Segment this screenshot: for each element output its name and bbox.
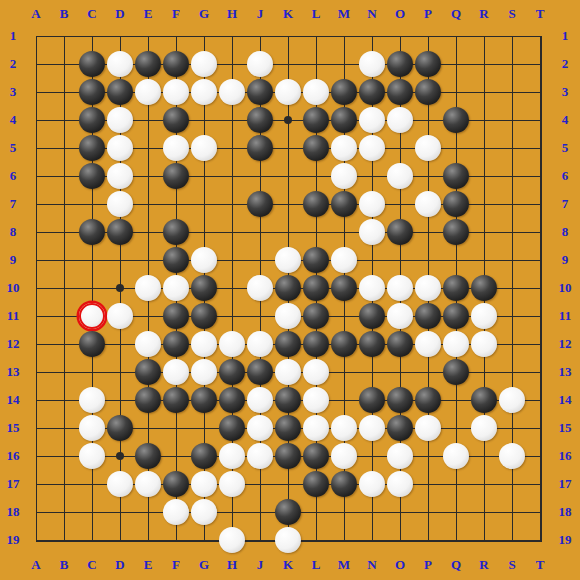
intersection-S17[interactable] xyxy=(498,470,526,498)
intersection-T16[interactable] xyxy=(526,442,554,470)
intersection-B19[interactable] xyxy=(50,526,78,554)
intersection-H19[interactable] xyxy=(218,526,246,554)
intersection-Q13[interactable] xyxy=(442,358,470,386)
intersection-P13[interactable] xyxy=(414,358,442,386)
intersection-B4[interactable] xyxy=(50,106,78,134)
intersection-N14[interactable] xyxy=(358,386,386,414)
intersection-N15[interactable] xyxy=(358,414,386,442)
intersection-H1[interactable] xyxy=(218,22,246,50)
intersection-T1[interactable] xyxy=(526,22,554,50)
intersection-O5[interactable] xyxy=(386,134,414,162)
intersection-B10[interactable] xyxy=(50,274,78,302)
intersection-H12[interactable] xyxy=(218,330,246,358)
intersection-J5[interactable] xyxy=(246,134,274,162)
intersection-N8[interactable] xyxy=(358,218,386,246)
intersection-R7[interactable] xyxy=(470,190,498,218)
intersection-R1[interactable] xyxy=(470,22,498,50)
intersection-M7[interactable] xyxy=(330,190,358,218)
intersection-S1[interactable] xyxy=(498,22,526,50)
intersection-O14[interactable] xyxy=(386,386,414,414)
intersection-D5[interactable] xyxy=(106,134,134,162)
intersection-C16[interactable] xyxy=(78,442,106,470)
intersection-F10[interactable] xyxy=(162,274,190,302)
intersection-G9[interactable] xyxy=(190,246,218,274)
intersection-J17[interactable] xyxy=(246,470,274,498)
intersection-C15[interactable] xyxy=(78,414,106,442)
intersection-J3[interactable] xyxy=(246,78,274,106)
intersection-L2[interactable] xyxy=(302,50,330,78)
intersection-E1[interactable] xyxy=(134,22,162,50)
intersection-M16[interactable] xyxy=(330,442,358,470)
intersection-Q16[interactable] xyxy=(442,442,470,470)
intersection-R8[interactable] xyxy=(470,218,498,246)
intersection-L4[interactable] xyxy=(302,106,330,134)
intersection-L18[interactable] xyxy=(302,498,330,526)
intersection-O13[interactable] xyxy=(386,358,414,386)
intersection-Q6[interactable] xyxy=(442,162,470,190)
intersection-C6[interactable] xyxy=(78,162,106,190)
intersection-H3[interactable] xyxy=(218,78,246,106)
intersection-P1[interactable] xyxy=(414,22,442,50)
intersection-B2[interactable] xyxy=(50,50,78,78)
intersection-E7[interactable] xyxy=(134,190,162,218)
intersection-C19[interactable] xyxy=(78,526,106,554)
intersection-N16[interactable] xyxy=(358,442,386,470)
intersection-Q12[interactable] xyxy=(442,330,470,358)
intersection-E10[interactable] xyxy=(134,274,162,302)
intersection-S8[interactable] xyxy=(498,218,526,246)
intersection-G16[interactable] xyxy=(190,442,218,470)
intersection-L16[interactable] xyxy=(302,442,330,470)
intersection-N10[interactable] xyxy=(358,274,386,302)
intersection-T9[interactable] xyxy=(526,246,554,274)
intersection-T4[interactable] xyxy=(526,106,554,134)
intersection-K18[interactable] xyxy=(274,498,302,526)
intersection-R6[interactable] xyxy=(470,162,498,190)
intersection-E2[interactable] xyxy=(134,50,162,78)
intersection-S6[interactable] xyxy=(498,162,526,190)
intersection-R16[interactable] xyxy=(470,442,498,470)
intersection-P19[interactable] xyxy=(414,526,442,554)
intersection-A4[interactable] xyxy=(22,106,50,134)
intersection-T10[interactable] xyxy=(526,274,554,302)
intersection-T3[interactable] xyxy=(526,78,554,106)
intersection-P14[interactable] xyxy=(414,386,442,414)
intersection-G14[interactable] xyxy=(190,386,218,414)
intersection-B16[interactable] xyxy=(50,442,78,470)
intersection-R14[interactable] xyxy=(470,386,498,414)
intersection-S13[interactable] xyxy=(498,358,526,386)
intersection-C11[interactable] xyxy=(78,302,106,330)
intersection-L8[interactable] xyxy=(302,218,330,246)
intersection-A14[interactable] xyxy=(22,386,50,414)
intersection-D18[interactable] xyxy=(106,498,134,526)
intersection-L11[interactable] xyxy=(302,302,330,330)
intersection-T15[interactable] xyxy=(526,414,554,442)
intersection-F12[interactable] xyxy=(162,330,190,358)
intersection-D15[interactable] xyxy=(106,414,134,442)
intersection-Q11[interactable] xyxy=(442,302,470,330)
intersection-E18[interactable] xyxy=(134,498,162,526)
intersection-E9[interactable] xyxy=(134,246,162,274)
intersection-Q2[interactable] xyxy=(442,50,470,78)
intersection-B8[interactable] xyxy=(50,218,78,246)
intersection-J2[interactable] xyxy=(246,50,274,78)
intersection-G17[interactable] xyxy=(190,470,218,498)
intersection-J16[interactable] xyxy=(246,442,274,470)
intersection-C4[interactable] xyxy=(78,106,106,134)
intersection-Q5[interactable] xyxy=(442,134,470,162)
intersection-E19[interactable] xyxy=(134,526,162,554)
intersection-L19[interactable] xyxy=(302,526,330,554)
intersection-E6[interactable] xyxy=(134,162,162,190)
intersection-E14[interactable] xyxy=(134,386,162,414)
intersection-R5[interactable] xyxy=(470,134,498,162)
intersection-J10[interactable] xyxy=(246,274,274,302)
intersection-K7[interactable] xyxy=(274,190,302,218)
intersection-J12[interactable] xyxy=(246,330,274,358)
intersection-P18[interactable] xyxy=(414,498,442,526)
intersection-N1[interactable] xyxy=(358,22,386,50)
intersection-J1[interactable] xyxy=(246,22,274,50)
intersection-Q9[interactable] xyxy=(442,246,470,274)
intersection-G19[interactable] xyxy=(190,526,218,554)
intersection-A7[interactable] xyxy=(22,190,50,218)
intersection-C8[interactable] xyxy=(78,218,106,246)
intersection-M8[interactable] xyxy=(330,218,358,246)
intersection-M12[interactable] xyxy=(330,330,358,358)
intersection-E13[interactable] xyxy=(134,358,162,386)
intersection-B11[interactable] xyxy=(50,302,78,330)
intersection-D9[interactable] xyxy=(106,246,134,274)
intersection-N13[interactable] xyxy=(358,358,386,386)
intersection-A12[interactable] xyxy=(22,330,50,358)
intersection-T2[interactable] xyxy=(526,50,554,78)
intersection-S4[interactable] xyxy=(498,106,526,134)
intersection-B6[interactable] xyxy=(50,162,78,190)
intersection-P11[interactable] xyxy=(414,302,442,330)
intersection-P2[interactable] xyxy=(414,50,442,78)
intersection-J6[interactable] xyxy=(246,162,274,190)
intersection-R19[interactable] xyxy=(470,526,498,554)
intersection-R9[interactable] xyxy=(470,246,498,274)
intersection-E3[interactable] xyxy=(134,78,162,106)
intersection-P8[interactable] xyxy=(414,218,442,246)
intersection-K17[interactable] xyxy=(274,470,302,498)
intersection-T18[interactable] xyxy=(526,498,554,526)
intersection-O2[interactable] xyxy=(386,50,414,78)
intersection-A13[interactable] xyxy=(22,358,50,386)
intersection-H8[interactable] xyxy=(218,218,246,246)
intersection-G4[interactable] xyxy=(190,106,218,134)
intersection-F18[interactable] xyxy=(162,498,190,526)
intersection-G2[interactable] xyxy=(190,50,218,78)
intersection-O16[interactable] xyxy=(386,442,414,470)
intersection-K5[interactable] xyxy=(274,134,302,162)
intersection-D7[interactable] xyxy=(106,190,134,218)
intersection-G11[interactable] xyxy=(190,302,218,330)
intersection-C5[interactable] xyxy=(78,134,106,162)
intersection-T13[interactable] xyxy=(526,358,554,386)
intersection-B12[interactable] xyxy=(50,330,78,358)
intersection-G3[interactable] xyxy=(190,78,218,106)
intersection-C14[interactable] xyxy=(78,386,106,414)
intersection-F11[interactable] xyxy=(162,302,190,330)
intersection-A9[interactable] xyxy=(22,246,50,274)
intersection-E16[interactable] xyxy=(134,442,162,470)
intersection-T12[interactable] xyxy=(526,330,554,358)
intersection-L3[interactable] xyxy=(302,78,330,106)
intersection-G8[interactable] xyxy=(190,218,218,246)
intersection-Q14[interactable] xyxy=(442,386,470,414)
intersection-C12[interactable] xyxy=(78,330,106,358)
intersection-L1[interactable] xyxy=(302,22,330,50)
intersection-B9[interactable] xyxy=(50,246,78,274)
intersection-M10[interactable] xyxy=(330,274,358,302)
intersection-P10[interactable] xyxy=(414,274,442,302)
intersection-E8[interactable] xyxy=(134,218,162,246)
intersection-R18[interactable] xyxy=(470,498,498,526)
intersection-C2[interactable] xyxy=(78,50,106,78)
intersection-M19[interactable] xyxy=(330,526,358,554)
intersection-M14[interactable] xyxy=(330,386,358,414)
intersection-O4[interactable] xyxy=(386,106,414,134)
intersection-B3[interactable] xyxy=(50,78,78,106)
intersection-L15[interactable] xyxy=(302,414,330,442)
intersection-G5[interactable] xyxy=(190,134,218,162)
intersection-D3[interactable] xyxy=(106,78,134,106)
intersection-A10[interactable] xyxy=(22,274,50,302)
intersection-N3[interactable] xyxy=(358,78,386,106)
intersection-S3[interactable] xyxy=(498,78,526,106)
intersection-K6[interactable] xyxy=(274,162,302,190)
intersection-B18[interactable] xyxy=(50,498,78,526)
intersection-T14[interactable] xyxy=(526,386,554,414)
intersection-L7[interactable] xyxy=(302,190,330,218)
intersection-N6[interactable] xyxy=(358,162,386,190)
intersection-R10[interactable] xyxy=(470,274,498,302)
intersection-L10[interactable] xyxy=(302,274,330,302)
intersection-T7[interactable] xyxy=(526,190,554,218)
intersection-D19[interactable] xyxy=(106,526,134,554)
intersection-A11[interactable] xyxy=(22,302,50,330)
intersection-A1[interactable] xyxy=(22,22,50,50)
intersection-E15[interactable] xyxy=(134,414,162,442)
intersection-F1[interactable] xyxy=(162,22,190,50)
intersection-P3[interactable] xyxy=(414,78,442,106)
intersection-E11[interactable] xyxy=(134,302,162,330)
intersection-T5[interactable] xyxy=(526,134,554,162)
intersection-F4[interactable] xyxy=(162,106,190,134)
intersection-M11[interactable] xyxy=(330,302,358,330)
intersection-J4[interactable] xyxy=(246,106,274,134)
intersection-P5[interactable] xyxy=(414,134,442,162)
intersection-B13[interactable] xyxy=(50,358,78,386)
intersection-H13[interactable] xyxy=(218,358,246,386)
intersection-F3[interactable] xyxy=(162,78,190,106)
intersection-H10[interactable] xyxy=(218,274,246,302)
intersection-F13[interactable] xyxy=(162,358,190,386)
intersection-D16[interactable] xyxy=(106,442,134,470)
intersection-A16[interactable] xyxy=(22,442,50,470)
intersection-F19[interactable] xyxy=(162,526,190,554)
intersection-N19[interactable] xyxy=(358,526,386,554)
intersection-G15[interactable] xyxy=(190,414,218,442)
intersection-K3[interactable] xyxy=(274,78,302,106)
intersection-F2[interactable] xyxy=(162,50,190,78)
intersection-B15[interactable] xyxy=(50,414,78,442)
intersection-L9[interactable] xyxy=(302,246,330,274)
intersection-A6[interactable] xyxy=(22,162,50,190)
intersection-S18[interactable] xyxy=(498,498,526,526)
intersection-A8[interactable] xyxy=(22,218,50,246)
intersection-K10[interactable] xyxy=(274,274,302,302)
intersection-P9[interactable] xyxy=(414,246,442,274)
intersection-C1[interactable] xyxy=(78,22,106,50)
intersection-P4[interactable] xyxy=(414,106,442,134)
intersection-L14[interactable] xyxy=(302,386,330,414)
intersection-R2[interactable] xyxy=(470,50,498,78)
intersection-B5[interactable] xyxy=(50,134,78,162)
intersection-Q15[interactable] xyxy=(442,414,470,442)
intersection-B17[interactable] xyxy=(50,470,78,498)
intersection-E17[interactable] xyxy=(134,470,162,498)
intersection-C10[interactable] xyxy=(78,274,106,302)
intersection-Q19[interactable] xyxy=(442,526,470,554)
intersection-R11[interactable] xyxy=(470,302,498,330)
intersection-M5[interactable] xyxy=(330,134,358,162)
intersection-K1[interactable] xyxy=(274,22,302,50)
intersection-O9[interactable] xyxy=(386,246,414,274)
intersection-D12[interactable] xyxy=(106,330,134,358)
intersection-R12[interactable] xyxy=(470,330,498,358)
intersection-H4[interactable] xyxy=(218,106,246,134)
intersection-H6[interactable] xyxy=(218,162,246,190)
intersection-K15[interactable] xyxy=(274,414,302,442)
intersection-T8[interactable] xyxy=(526,218,554,246)
intersection-H9[interactable] xyxy=(218,246,246,274)
intersection-H14[interactable] xyxy=(218,386,246,414)
intersection-S9[interactable] xyxy=(498,246,526,274)
intersection-F5[interactable] xyxy=(162,134,190,162)
intersection-G12[interactable] xyxy=(190,330,218,358)
intersection-F6[interactable] xyxy=(162,162,190,190)
intersection-A2[interactable] xyxy=(22,50,50,78)
intersection-O7[interactable] xyxy=(386,190,414,218)
intersection-G18[interactable] xyxy=(190,498,218,526)
intersection-H7[interactable] xyxy=(218,190,246,218)
intersection-Q17[interactable] xyxy=(442,470,470,498)
intersection-K11[interactable] xyxy=(274,302,302,330)
intersection-K8[interactable] xyxy=(274,218,302,246)
intersection-D13[interactable] xyxy=(106,358,134,386)
intersection-S19[interactable] xyxy=(498,526,526,554)
intersection-K12[interactable] xyxy=(274,330,302,358)
intersection-H15[interactable] xyxy=(218,414,246,442)
intersection-N11[interactable] xyxy=(358,302,386,330)
intersection-F8[interactable] xyxy=(162,218,190,246)
intersection-C7[interactable] xyxy=(78,190,106,218)
intersection-P7[interactable] xyxy=(414,190,442,218)
intersection-F9[interactable] xyxy=(162,246,190,274)
intersection-F14[interactable] xyxy=(162,386,190,414)
intersection-O1[interactable] xyxy=(386,22,414,50)
intersection-R17[interactable] xyxy=(470,470,498,498)
intersection-L6[interactable] xyxy=(302,162,330,190)
intersection-G1[interactable] xyxy=(190,22,218,50)
intersection-O18[interactable] xyxy=(386,498,414,526)
intersection-A3[interactable] xyxy=(22,78,50,106)
intersection-S11[interactable] xyxy=(498,302,526,330)
intersection-S10[interactable] xyxy=(498,274,526,302)
intersection-P6[interactable] xyxy=(414,162,442,190)
intersection-O12[interactable] xyxy=(386,330,414,358)
intersection-K16[interactable] xyxy=(274,442,302,470)
intersection-A19[interactable] xyxy=(22,526,50,554)
intersection-N5[interactable] xyxy=(358,134,386,162)
intersection-O6[interactable] xyxy=(386,162,414,190)
intersection-S12[interactable] xyxy=(498,330,526,358)
intersection-K9[interactable] xyxy=(274,246,302,274)
intersection-Q7[interactable] xyxy=(442,190,470,218)
intersection-R4[interactable] xyxy=(470,106,498,134)
intersection-G13[interactable] xyxy=(190,358,218,386)
intersection-M13[interactable] xyxy=(330,358,358,386)
intersection-O17[interactable] xyxy=(386,470,414,498)
intersection-O8[interactable] xyxy=(386,218,414,246)
intersection-D11[interactable] xyxy=(106,302,134,330)
intersection-E12[interactable] xyxy=(134,330,162,358)
intersection-J11[interactable] xyxy=(246,302,274,330)
intersection-H17[interactable] xyxy=(218,470,246,498)
intersection-F7[interactable] xyxy=(162,190,190,218)
go-board-grid[interactable] xyxy=(22,22,554,554)
intersection-K4[interactable] xyxy=(274,106,302,134)
intersection-L12[interactable] xyxy=(302,330,330,358)
intersection-Q8[interactable] xyxy=(442,218,470,246)
intersection-Q10[interactable] xyxy=(442,274,470,302)
intersection-O10[interactable] xyxy=(386,274,414,302)
intersection-H18[interactable] xyxy=(218,498,246,526)
intersection-B14[interactable] xyxy=(50,386,78,414)
intersection-N17[interactable] xyxy=(358,470,386,498)
intersection-H11[interactable] xyxy=(218,302,246,330)
intersection-L13[interactable] xyxy=(302,358,330,386)
intersection-N7[interactable] xyxy=(358,190,386,218)
intersection-M6[interactable] xyxy=(330,162,358,190)
intersection-S5[interactable] xyxy=(498,134,526,162)
intersection-O11[interactable] xyxy=(386,302,414,330)
intersection-P17[interactable] xyxy=(414,470,442,498)
intersection-Q4[interactable] xyxy=(442,106,470,134)
intersection-J15[interactable] xyxy=(246,414,274,442)
intersection-M18[interactable] xyxy=(330,498,358,526)
intersection-D1[interactable] xyxy=(106,22,134,50)
intersection-B1[interactable] xyxy=(50,22,78,50)
intersection-O3[interactable] xyxy=(386,78,414,106)
intersection-M17[interactable] xyxy=(330,470,358,498)
intersection-T19[interactable] xyxy=(526,526,554,554)
intersection-P15[interactable] xyxy=(414,414,442,442)
intersection-A18[interactable] xyxy=(22,498,50,526)
intersection-G10[interactable] xyxy=(190,274,218,302)
intersection-C13[interactable] xyxy=(78,358,106,386)
intersection-S7[interactable] xyxy=(498,190,526,218)
intersection-Q1[interactable] xyxy=(442,22,470,50)
intersection-T11[interactable] xyxy=(526,302,554,330)
intersection-E5[interactable] xyxy=(134,134,162,162)
intersection-M3[interactable] xyxy=(330,78,358,106)
